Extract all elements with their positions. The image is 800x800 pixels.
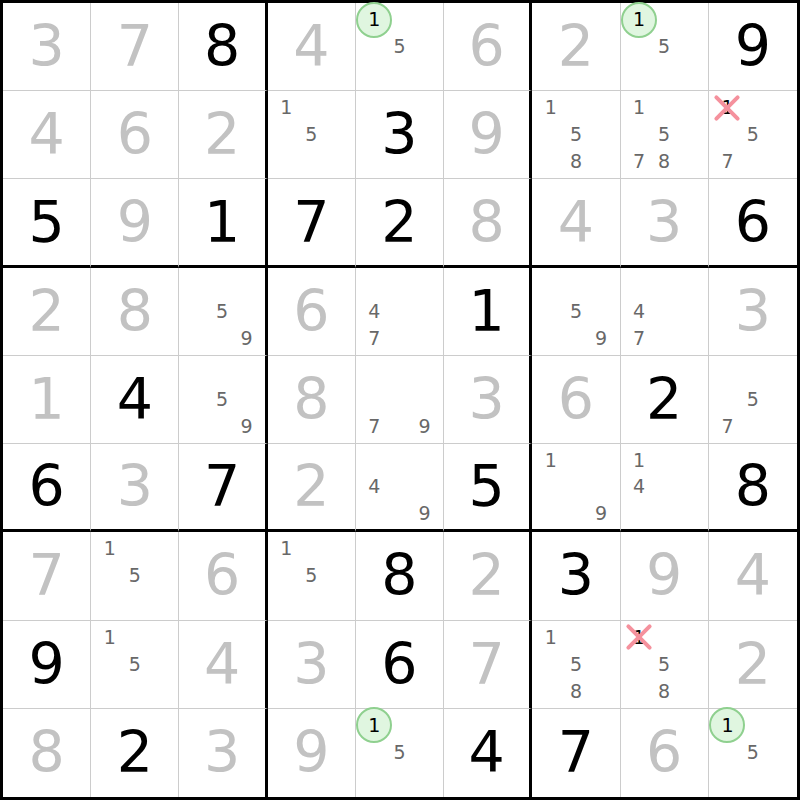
- candidate-slot-3: [677, 6, 702, 33]
- candidate-slot-1: 1: [715, 94, 740, 121]
- candidate-slot-7: [185, 413, 209, 440]
- candidate-slot-9: [412, 767, 437, 794]
- candidate-slot-6: [234, 298, 258, 325]
- candidate-slot-6: [412, 33, 437, 60]
- candidate-grid: 15: [97, 624, 172, 705]
- cell-r7c5[interactable]: 8: [356, 532, 444, 620]
- candidate-1-circled[interactable]: 1: [721, 716, 733, 735]
- cell-value: 7: [293, 194, 329, 251]
- candidate-8[interactable]: 8: [658, 682, 670, 701]
- candidate-slot-3: [412, 359, 437, 386]
- candidate-slot-1: 1: [627, 624, 652, 651]
- candidate-5[interactable]: 5: [393, 37, 405, 56]
- candidate-slot-9: 9: [588, 500, 613, 526]
- candidate-slot-1: [185, 271, 209, 298]
- candidate-grid: 59: [185, 359, 258, 440]
- candidate-slot-9: [677, 325, 702, 352]
- cell-r6c6[interactable]: 5: [444, 444, 532, 532]
- candidate-slot-5: [652, 298, 677, 325]
- candidate-grid: 79: [362, 359, 437, 440]
- cell-r9c7[interactable]: 7: [532, 709, 620, 797]
- cell-r6c2[interactable]: 3: [91, 444, 179, 532]
- candidate-5[interactable]: 5: [658, 125, 670, 144]
- cell-r6c3[interactable]: 7: [179, 444, 267, 532]
- candidate-slot-2: [387, 447, 412, 473]
- cell-r3c8[interactable]: 3: [621, 179, 709, 267]
- candidate-5[interactable]: 5: [658, 655, 670, 674]
- candidate-slot-6: [677, 651, 702, 678]
- candidate-slot-1: [627, 271, 652, 298]
- cell-r8c2[interactable]: 15: [91, 621, 179, 709]
- candidate-grid: 1578: [627, 94, 702, 175]
- candidate-slot-6: [766, 121, 791, 148]
- candidate-slot-9: [412, 325, 437, 352]
- cell-r1c8[interactable]: 15: [621, 3, 709, 91]
- candidate-slot-4: [627, 651, 652, 678]
- candidate-slot-2: [387, 271, 412, 298]
- cell-value: 6: [558, 371, 594, 428]
- cell-r2c4[interactable]: 15: [268, 91, 356, 179]
- cell-r8c7[interactable]: 158: [532, 621, 620, 709]
- candidate-slot-8: [210, 325, 234, 352]
- candidate-1-circled[interactable]: 1: [368, 10, 380, 29]
- candidate-slot-4: 4: [362, 298, 387, 325]
- candidate-1[interactable]: 1: [545, 628, 557, 647]
- candidate-slot-2: [563, 624, 588, 651]
- candidate-5[interactable]: 5: [570, 125, 582, 144]
- candidate-slot-5: 5: [652, 651, 677, 678]
- candidate-slot-5: 5: [210, 386, 234, 413]
- cell-value: 7: [28, 547, 64, 604]
- candidate-slot-5: 5: [210, 298, 234, 325]
- candidate-5[interactable]: 5: [129, 566, 141, 585]
- candidate-slot-8: 8: [563, 148, 588, 175]
- cell-value: 9: [293, 724, 329, 781]
- cell-r5c5[interactable]: 79: [356, 356, 444, 444]
- candidate-slot-3: [766, 94, 791, 121]
- cell-r3c6[interactable]: 8: [444, 179, 532, 267]
- cell-r6c1[interactable]: 6: [3, 444, 91, 532]
- cell-value: 7: [117, 18, 153, 75]
- candidate-1[interactable]: 1: [633, 98, 645, 117]
- candidate-grid: 15: [97, 535, 172, 616]
- candidate-slot-7: 7: [715, 413, 740, 440]
- cell-r6c9[interactable]: 8: [709, 444, 797, 532]
- candidate-slot-2: [210, 359, 234, 386]
- candidate-4[interactable]: 4: [368, 477, 380, 496]
- candidate-5[interactable]: 5: [747, 125, 759, 144]
- candidate-slot-9: [324, 148, 349, 175]
- cell-value: 8: [469, 194, 505, 251]
- cell-value: 8: [381, 547, 417, 604]
- candidate-slot-7: [274, 589, 299, 616]
- candidate-slot-8: [740, 413, 765, 440]
- candidate-slot-4: [538, 298, 563, 325]
- cell-r8c5[interactable]: 6: [356, 621, 444, 709]
- candidate-slot-8: [740, 148, 765, 175]
- cell-r8c1[interactable]: 9: [3, 621, 91, 709]
- candidate-slot-1: [362, 359, 387, 386]
- cell-r7c8[interactable]: 9: [621, 532, 709, 620]
- cell-value: 7: [469, 636, 505, 693]
- candidate-slot-3: [412, 6, 437, 33]
- cell-r5c8[interactable]: 2: [621, 356, 709, 444]
- cell-value: 6: [204, 547, 240, 604]
- candidate-slot-5: 5: [563, 298, 588, 325]
- candidate-slot-6: [324, 121, 349, 148]
- cell-r3c9[interactable]: 6: [709, 179, 797, 267]
- candidate-slot-1: 1: [274, 94, 299, 121]
- cell-r4c9[interactable]: 3: [709, 268, 797, 356]
- candidate-slot-9: [677, 60, 702, 87]
- candidate-slot-8: [299, 148, 324, 175]
- candidate-slot-7: [274, 148, 299, 175]
- cell-value: 2: [204, 106, 240, 163]
- cell-r3c5[interactable]: 2: [356, 179, 444, 267]
- candidate-grid: 157: [715, 94, 791, 175]
- cell-value: 1: [204, 194, 240, 251]
- candidate-slot-6: [588, 651, 613, 678]
- cell-value: 2: [28, 283, 64, 340]
- candidate-5[interactable]: 5: [658, 37, 670, 56]
- candidate-5[interactable]: 5: [129, 655, 141, 674]
- candidate-slot-3: [412, 271, 437, 298]
- candidate-slot-3: [677, 94, 702, 121]
- cell-r6c4[interactable]: 2: [268, 444, 356, 532]
- candidate-1[interactable]: 1: [545, 451, 557, 470]
- candidate-5[interactable]: 5: [570, 302, 582, 321]
- cell-value: 6: [293, 283, 329, 340]
- candidate-7[interactable]: 7: [368, 329, 380, 348]
- cell-r9c4[interactable]: 9: [268, 709, 356, 797]
- candidate-5[interactable]: 5: [216, 390, 228, 409]
- candidate-slot-1: 1: [97, 624, 122, 651]
- candidate-slot-9: 9: [412, 413, 437, 440]
- candidate-slot-7: 7: [362, 325, 387, 352]
- candidate-slot-6: [766, 386, 791, 413]
- cell-r1c1[interactable]: 3: [3, 3, 91, 91]
- candidate-9[interactable]: 9: [419, 504, 431, 523]
- cell-r4c3[interactable]: 59: [179, 268, 267, 356]
- candidate-slot-8: [387, 767, 412, 794]
- candidate-slot-4: [185, 298, 209, 325]
- candidate-slot-8: [652, 500, 677, 526]
- cell-r1c3[interactable]: 8: [179, 3, 267, 91]
- candidate-slot-3: [324, 94, 349, 121]
- cell-r6c8[interactable]: 14: [621, 444, 709, 532]
- candidate-slot-5: 5: [122, 562, 147, 589]
- cell-r3c1[interactable]: 5: [3, 179, 91, 267]
- cell-r7c7[interactable]: 3: [532, 532, 620, 620]
- candidate-slot-8: [122, 678, 147, 705]
- cell-r5c6[interactable]: 3: [444, 356, 532, 444]
- candidate-slot-2: [299, 94, 324, 121]
- candidate-slot-2: [563, 447, 588, 473]
- cell-r8c8[interactable]: 158: [621, 621, 709, 709]
- cell-r8c6[interactable]: 7: [444, 621, 532, 709]
- cell-value: 6: [381, 636, 417, 693]
- candidate-1[interactable]: 1: [104, 539, 116, 558]
- candidate-7[interactable]: 7: [721, 417, 733, 436]
- candidate-slot-2: [210, 271, 234, 298]
- candidate-grid: 15: [362, 6, 437, 87]
- candidate-slot-1: 1: [538, 624, 563, 651]
- candidate-5[interactable]: 5: [305, 566, 317, 585]
- cell-r4c5[interactable]: 47: [356, 268, 444, 356]
- candidate-slot-8: 8: [652, 678, 677, 705]
- candidate-slot-2: [652, 94, 677, 121]
- candidate-1[interactable]: 1: [280, 539, 292, 558]
- cell-r2c2[interactable]: 6: [91, 91, 179, 179]
- cell-r5c1[interactable]: 1: [3, 356, 91, 444]
- candidate-slot-3: [766, 359, 791, 386]
- candidate-7[interactable]: 7: [368, 417, 380, 436]
- candidate-5[interactable]: 5: [305, 125, 317, 144]
- candidate-slot-8: [652, 60, 677, 87]
- candidate-slot-6: [147, 651, 172, 678]
- candidate-grid: 59: [185, 271, 258, 352]
- candidate-slot-4: 4: [627, 298, 652, 325]
- candidate-slot-4: [538, 651, 563, 678]
- candidate-8[interactable]: 8: [570, 682, 582, 701]
- cell-r9c5[interactable]: 15: [356, 709, 444, 797]
- candidate-slot-6: [677, 121, 702, 148]
- candidate-slot-6: [324, 562, 349, 589]
- candidate-5[interactable]: 5: [747, 743, 759, 762]
- cell-r5c9[interactable]: 57: [709, 356, 797, 444]
- cell-r2c1[interactable]: 4: [3, 91, 91, 179]
- cell-r1c6[interactable]: 6: [444, 3, 532, 91]
- candidate-slot-9: [588, 678, 613, 705]
- cell-r8c3[interactable]: 4: [179, 621, 267, 709]
- cell-r5c2[interactable]: 4: [91, 356, 179, 444]
- candidate-slot-6: [412, 386, 437, 413]
- candidate-grid: 15: [715, 712, 791, 794]
- candidate-7[interactable]: 7: [721, 152, 733, 171]
- candidate-1-crossed[interactable]: 1: [633, 628, 645, 647]
- cell-value: 1: [469, 283, 505, 340]
- cell-r7c3[interactable]: 6: [179, 532, 267, 620]
- cell-r1c7[interactable]: 2: [532, 3, 620, 91]
- candidate-slot-7: [97, 678, 122, 705]
- cell-r9c6[interactable]: 4: [444, 709, 532, 797]
- candidate-grid: 57: [715, 359, 791, 440]
- candidate-1-crossed[interactable]: 1: [721, 98, 733, 117]
- candidate-slot-3: [412, 447, 437, 473]
- cell-value: 7: [558, 724, 594, 781]
- candidate-slot-9: [766, 767, 791, 794]
- cell-r4c2[interactable]: 8: [91, 268, 179, 356]
- cell-r9c1[interactable]: 8: [3, 709, 91, 797]
- candidate-5[interactable]: 5: [570, 655, 582, 674]
- candidate-slot-1: 1: [538, 447, 563, 473]
- cell-r6c7[interactable]: 19: [532, 444, 620, 532]
- candidate-slot-5: [387, 386, 412, 413]
- candidate-slot-4: [715, 386, 740, 413]
- cell-value: 9: [735, 18, 771, 75]
- candidate-slot-7: [538, 500, 563, 526]
- cell-value: 9: [469, 106, 505, 163]
- candidate-slot-7: [538, 148, 563, 175]
- candidate-slot-5: 5: [299, 121, 324, 148]
- candidate-slot-8: [210, 413, 234, 440]
- candidate-9[interactable]: 9: [240, 417, 252, 436]
- cell-r1c4[interactable]: 4: [268, 3, 356, 91]
- cell-r5c3[interactable]: 59: [179, 356, 267, 444]
- cell-r2c6[interactable]: 9: [444, 91, 532, 179]
- candidate-slot-4: [97, 651, 122, 678]
- candidate-slot-6: [677, 33, 702, 60]
- cell-r2c8[interactable]: 1578: [621, 91, 709, 179]
- candidate-slot-7: [538, 678, 563, 705]
- candidate-slot-2: [122, 624, 147, 651]
- candidate-slot-7: [185, 325, 209, 352]
- candidate-slot-3: [588, 447, 613, 473]
- candidate-9[interactable]: 9: [595, 329, 607, 348]
- cell-value: 4: [469, 724, 505, 781]
- candidate-4[interactable]: 4: [368, 302, 380, 321]
- candidate-slot-4: [627, 121, 652, 148]
- candidate-slot-7: [362, 60, 387, 87]
- candidate-slot-7: [715, 767, 740, 794]
- cell-r9c3[interactable]: 3: [179, 709, 267, 797]
- candidate-slot-1: [538, 271, 563, 298]
- candidate-9[interactable]: 9: [419, 417, 431, 436]
- candidate-slot-8: [387, 325, 412, 352]
- cell-r7c1[interactable]: 7: [3, 532, 91, 620]
- candidate-5[interactable]: 5: [216, 302, 228, 321]
- candidate-7[interactable]: 7: [633, 152, 645, 171]
- candidate-slot-2: [652, 624, 677, 651]
- candidate-slot-4: 4: [627, 474, 652, 500]
- cell-r2c3[interactable]: 2: [179, 91, 267, 179]
- cell-r1c9[interactable]: 9: [709, 3, 797, 91]
- candidate-slot-9: [147, 678, 172, 705]
- candidate-slot-5: 5: [740, 386, 765, 413]
- candidate-slot-3: [588, 624, 613, 651]
- cell-r4c6[interactable]: 1: [444, 268, 532, 356]
- candidate-slot-7: [538, 325, 563, 352]
- candidate-slot-5: 5: [652, 121, 677, 148]
- cell-r2c5[interactable]: 3: [356, 91, 444, 179]
- candidate-grid: 15: [627, 6, 702, 87]
- cell-r7c4[interactable]: 15: [268, 532, 356, 620]
- candidate-grid: 14: [627, 447, 702, 526]
- cell-r4c8[interactable]: 47: [621, 268, 709, 356]
- candidate-slot-3: [677, 624, 702, 651]
- cell-r2c7[interactable]: 158: [532, 91, 620, 179]
- candidate-slot-5: 5: [740, 739, 765, 766]
- candidate-slot-2: [652, 271, 677, 298]
- cell-r6c5[interactable]: 49: [356, 444, 444, 532]
- cell-r1c5[interactable]: 15: [356, 3, 444, 91]
- cell-r7c6[interactable]: 2: [444, 532, 532, 620]
- candidate-slot-9: [677, 148, 702, 175]
- candidate-slot-1: [362, 447, 387, 473]
- candidate-grid: 59: [538, 271, 613, 352]
- candidate-slot-4: [185, 386, 209, 413]
- candidate-1-circled[interactable]: 1: [368, 716, 380, 735]
- cell-value: 1: [28, 371, 64, 428]
- candidate-slot-6: [412, 474, 437, 500]
- candidate-1-circled[interactable]: 1: [633, 10, 645, 29]
- candidate-slot-5: 5: [652, 33, 677, 60]
- candidate-9[interactable]: 9: [240, 329, 252, 348]
- candidate-1[interactable]: 1: [633, 451, 645, 470]
- candidate-1[interactable]: 1: [104, 628, 116, 647]
- cell-r8c4[interactable]: 3: [268, 621, 356, 709]
- candidate-4[interactable]: 4: [633, 477, 645, 496]
- candidate-slot-3: [412, 712, 437, 739]
- cell-r3c2[interactable]: 9: [91, 179, 179, 267]
- sudoku-board: 3784156215946215391581578157591728436285…: [0, 0, 800, 800]
- cell-value: 4: [28, 106, 64, 163]
- cell-r8c9[interactable]: 2: [709, 621, 797, 709]
- candidate-slot-6: [412, 739, 437, 766]
- candidate-1[interactable]: 1: [280, 98, 292, 117]
- candidate-slot-6: [412, 298, 437, 325]
- cell-value: 8: [28, 724, 64, 781]
- cell-r7c9[interactable]: 4: [709, 532, 797, 620]
- cell-r9c8[interactable]: 6: [621, 709, 709, 797]
- candidate-slot-5: [652, 474, 677, 500]
- cell-r4c7[interactable]: 59: [532, 268, 620, 356]
- cell-r3c7[interactable]: 4: [532, 179, 620, 267]
- cell-r4c4[interactable]: 6: [268, 268, 356, 356]
- cell-r5c4[interactable]: 8: [268, 356, 356, 444]
- candidate-slot-1: 1: [362, 712, 387, 739]
- cell-value: 3: [735, 283, 771, 340]
- candidate-slot-7: [362, 500, 387, 526]
- candidate-7[interactable]: 7: [633, 329, 645, 348]
- cell-value: 3: [646, 194, 682, 251]
- cell-r4c1[interactable]: 2: [3, 268, 91, 356]
- candidate-slot-8: [563, 500, 588, 526]
- candidate-5[interactable]: 5: [747, 390, 759, 409]
- candidate-slot-7: 7: [627, 325, 652, 352]
- cell-value: 7: [204, 458, 240, 515]
- cell-r9c2[interactable]: 2: [91, 709, 179, 797]
- candidate-9[interactable]: 9: [595, 504, 607, 523]
- cell-r3c3[interactable]: 1: [179, 179, 267, 267]
- cell-value: 5: [469, 458, 505, 515]
- candidate-slot-1: 1: [627, 447, 652, 473]
- candidate-slot-6: [147, 562, 172, 589]
- candidate-4[interactable]: 4: [633, 302, 645, 321]
- candidate-8[interactable]: 8: [570, 152, 582, 171]
- candidate-slot-3: [588, 94, 613, 121]
- candidate-8[interactable]: 8: [658, 152, 670, 171]
- candidate-slot-6: [677, 298, 702, 325]
- cell-value: 6: [646, 724, 682, 781]
- cell-r9c9[interactable]: 15: [709, 709, 797, 797]
- candidate-slot-7: [97, 589, 122, 616]
- cell-value: 6: [28, 458, 64, 515]
- candidate-5[interactable]: 5: [393, 743, 405, 762]
- cell-r1c2[interactable]: 7: [91, 3, 179, 91]
- cell-r5c7[interactable]: 6: [532, 356, 620, 444]
- candidate-slot-8: [387, 500, 412, 526]
- cell-r7c2[interactable]: 15: [91, 532, 179, 620]
- candidate-slot-2: [740, 359, 765, 386]
- candidate-slot-3: [234, 359, 258, 386]
- cell-r3c4[interactable]: 7: [268, 179, 356, 267]
- candidate-1[interactable]: 1: [545, 98, 557, 117]
- candidate-slot-5: [563, 474, 588, 500]
- candidate-slot-9: 9: [412, 500, 437, 526]
- candidate-slot-8: [122, 589, 147, 616]
- cell-r2c9[interactable]: 157: [709, 91, 797, 179]
